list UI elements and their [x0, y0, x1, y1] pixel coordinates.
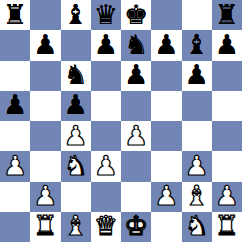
square-c5[interactable]: ♟ — [61, 91, 91, 121]
chess-board: ♜♝♛♚♜♟♟♞♟♝♟♞♟♟♟♟♟♟♟♞♟♟♟♟♝♟♜♝♛♚♞♜ — [0, 0, 242, 242]
square-g5[interactable] — [182, 91, 212, 121]
square-e4[interactable]: ♟ — [121, 121, 151, 151]
piece-black-pawn: ♟ — [3, 91, 27, 118]
piece-black-pawn: ♟ — [215, 31, 239, 58]
square-a7[interactable] — [0, 30, 30, 60]
square-d8[interactable]: ♛ — [91, 0, 121, 30]
square-h8[interactable]: ♜ — [212, 0, 242, 30]
square-a4[interactable] — [0, 121, 30, 151]
square-f4[interactable] — [151, 121, 181, 151]
piece-white-king: ♚ — [124, 212, 148, 239]
square-d7[interactable]: ♟ — [91, 30, 121, 60]
square-f3[interactable] — [151, 151, 181, 181]
square-b2[interactable]: ♟ — [30, 182, 60, 212]
square-c3[interactable]: ♞ — [61, 151, 91, 181]
square-e7[interactable]: ♞ — [121, 30, 151, 60]
square-h7[interactable]: ♟ — [212, 30, 242, 60]
square-d3[interactable]: ♟ — [91, 151, 121, 181]
square-f6[interactable] — [151, 61, 181, 91]
square-g7[interactable]: ♝ — [182, 30, 212, 60]
square-g2[interactable]: ♝ — [182, 182, 212, 212]
square-c8[interactable]: ♝ — [61, 0, 91, 30]
piece-black-bishop: ♝ — [185, 31, 209, 58]
square-d6[interactable] — [91, 61, 121, 91]
piece-white-bishop: ♝ — [64, 212, 88, 239]
piece-black-pawn: ♟ — [124, 61, 148, 88]
square-c6[interactable]: ♞ — [61, 61, 91, 91]
piece-white-queen: ♛ — [94, 212, 118, 239]
square-e3[interactable] — [121, 151, 151, 181]
square-b7[interactable]: ♟ — [30, 30, 60, 60]
square-f2[interactable]: ♟ — [151, 182, 181, 212]
square-f8[interactable] — [151, 0, 181, 30]
square-h1[interactable]: ♜ — [212, 212, 242, 242]
square-h3[interactable] — [212, 151, 242, 181]
square-e5[interactable] — [121, 91, 151, 121]
piece-white-bishop: ♝ — [185, 182, 209, 209]
square-a2[interactable] — [0, 182, 30, 212]
square-c1[interactable]: ♝ — [61, 212, 91, 242]
square-d5[interactable] — [91, 91, 121, 121]
piece-white-pawn: ♟ — [154, 182, 178, 209]
square-b6[interactable] — [30, 61, 60, 91]
square-a3[interactable]: ♟ — [0, 151, 30, 181]
piece-black-king: ♚ — [124, 1, 148, 28]
square-d2[interactable] — [91, 182, 121, 212]
piece-white-knight: ♞ — [64, 152, 88, 179]
square-f1[interactable] — [151, 212, 181, 242]
square-h5[interactable] — [212, 91, 242, 121]
piece-black-pawn: ♟ — [94, 31, 118, 58]
piece-black-rook: ♜ — [3, 1, 27, 28]
square-c7[interactable] — [61, 30, 91, 60]
square-c4[interactable]: ♟ — [61, 121, 91, 151]
piece-black-knight: ♞ — [124, 31, 148, 58]
square-g3[interactable]: ♟ — [182, 151, 212, 181]
piece-white-pawn: ♟ — [185, 152, 209, 179]
piece-white-pawn: ♟ — [3, 152, 27, 179]
square-e8[interactable]: ♚ — [121, 0, 151, 30]
square-a8[interactable]: ♜ — [0, 0, 30, 30]
square-g8[interactable] — [182, 0, 212, 30]
square-a6[interactable] — [0, 61, 30, 91]
piece-black-queen: ♛ — [94, 1, 118, 28]
square-e1[interactable]: ♚ — [121, 212, 151, 242]
piece-white-pawn: ♟ — [94, 152, 118, 179]
piece-black-rook: ♜ — [215, 1, 239, 28]
square-h2[interactable]: ♟ — [212, 182, 242, 212]
piece-black-knight: ♞ — [64, 61, 88, 88]
square-g4[interactable] — [182, 121, 212, 151]
square-b3[interactable] — [30, 151, 60, 181]
piece-white-pawn: ♟ — [64, 122, 88, 149]
square-a1[interactable] — [0, 212, 30, 242]
piece-black-pawn: ♟ — [185, 61, 209, 88]
square-b5[interactable] — [30, 91, 60, 121]
piece-black-bishop: ♝ — [64, 1, 88, 28]
square-b8[interactable] — [30, 0, 60, 30]
piece-black-pawn: ♟ — [64, 91, 88, 118]
square-f5[interactable] — [151, 91, 181, 121]
square-b4[interactable] — [30, 121, 60, 151]
square-c2[interactable] — [61, 182, 91, 212]
square-a5[interactable]: ♟ — [0, 91, 30, 121]
piece-white-pawn: ♟ — [33, 182, 57, 209]
square-g1[interactable]: ♞ — [182, 212, 212, 242]
piece-white-rook: ♜ — [215, 212, 239, 239]
piece-white-pawn: ♟ — [124, 122, 148, 149]
square-f7[interactable]: ♟ — [151, 30, 181, 60]
square-g6[interactable]: ♟ — [182, 61, 212, 91]
piece-white-knight: ♞ — [185, 212, 209, 239]
square-e6[interactable]: ♟ — [121, 61, 151, 91]
square-b1[interactable]: ♜ — [30, 212, 60, 242]
square-d1[interactable]: ♛ — [91, 212, 121, 242]
square-h6[interactable] — [212, 61, 242, 91]
piece-black-pawn: ♟ — [154, 31, 178, 58]
square-d4[interactable] — [91, 121, 121, 151]
square-e2[interactable] — [121, 182, 151, 212]
piece-white-pawn: ♟ — [215, 182, 239, 209]
piece-black-pawn: ♟ — [33, 31, 57, 58]
square-h4[interactable] — [212, 121, 242, 151]
piece-white-rook: ♜ — [33, 212, 57, 239]
